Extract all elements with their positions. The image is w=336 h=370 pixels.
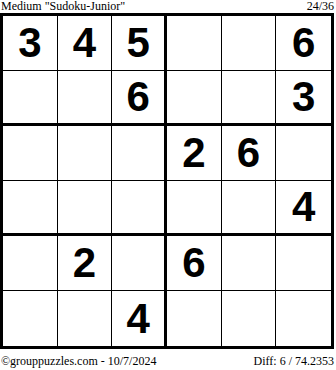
cell-r5c4: 6 bbox=[167, 236, 222, 291]
cell-r1c2: 4 bbox=[58, 16, 113, 71]
cell-r4c1[interactable] bbox=[3, 181, 58, 236]
cell-r2c6: 3 bbox=[276, 71, 331, 126]
cell-r3c6[interactable] bbox=[276, 126, 331, 181]
difficulty-text: Diff: 6 / 74.2353 bbox=[254, 355, 334, 368]
cell-r1c1: 3 bbox=[3, 16, 58, 71]
cell-r2c2[interactable] bbox=[58, 71, 113, 126]
cell-r6c5[interactable] bbox=[222, 291, 277, 346]
cell-r3c2[interactable] bbox=[58, 126, 113, 181]
cell-r3c4: 2 bbox=[167, 126, 222, 181]
cell-r3c5: 6 bbox=[222, 126, 277, 181]
cell-r4c6: 4 bbox=[276, 181, 331, 236]
cell-r5c2: 2 bbox=[58, 236, 113, 291]
cell-r1c3: 5 bbox=[112, 16, 167, 71]
cell-r1c5[interactable] bbox=[222, 16, 277, 71]
sudoku-page: Medium "Sudoku-Junior" 24/36 34566326426… bbox=[0, 0, 336, 370]
cell-r2c1[interactable] bbox=[3, 71, 58, 126]
copyright-text: ©grouppuzzles.com - 10/7/2024 bbox=[1, 355, 156, 368]
cell-r6c6[interactable] bbox=[276, 291, 331, 346]
cell-r2c4[interactable] bbox=[167, 71, 222, 126]
puzzle-title: Medium "Sudoku-Junior" bbox=[1, 0, 125, 12]
cell-r6c2[interactable] bbox=[58, 291, 113, 346]
cell-r3c3[interactable] bbox=[112, 126, 167, 181]
cell-r4c4[interactable] bbox=[167, 181, 222, 236]
sudoku-board: 345663264264 bbox=[0, 13, 334, 349]
cell-r6c4[interactable] bbox=[167, 291, 222, 346]
cell-r3c1[interactable] bbox=[3, 126, 58, 181]
header: Medium "Sudoku-Junior" 24/36 bbox=[1, 0, 334, 13]
cell-r4c5[interactable] bbox=[222, 181, 277, 236]
cell-r2c3: 6 bbox=[112, 71, 167, 126]
cell-r6c1[interactable] bbox=[3, 291, 58, 346]
cell-r5c3[interactable] bbox=[112, 236, 167, 291]
cell-r4c3[interactable] bbox=[112, 181, 167, 236]
cell-r5c1[interactable] bbox=[3, 236, 58, 291]
progress-count: 24/36 bbox=[307, 0, 334, 12]
cell-r1c6: 6 bbox=[276, 16, 331, 71]
cell-r5c6[interactable] bbox=[276, 236, 331, 291]
cell-r5c5[interactable] bbox=[222, 236, 277, 291]
cell-r1c4[interactable] bbox=[167, 16, 222, 71]
cell-r4c2[interactable] bbox=[58, 181, 113, 236]
cell-r2c5[interactable] bbox=[222, 71, 277, 126]
footer: ©grouppuzzles.com - 10/7/2024 Diff: 6 / … bbox=[1, 354, 334, 368]
cell-r6c3: 4 bbox=[112, 291, 167, 346]
